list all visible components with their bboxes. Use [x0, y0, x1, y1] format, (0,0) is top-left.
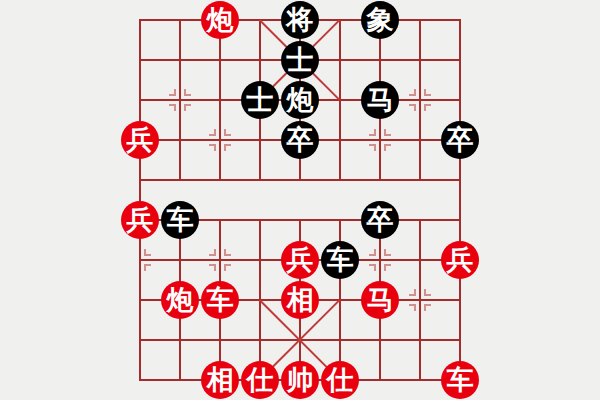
board-point-occupied[interactable]: 兵: [440, 240, 480, 280]
board-point[interactable]: [160, 240, 200, 280]
board-point-occupied[interactable]: 车: [320, 240, 360, 280]
board-point[interactable]: [400, 360, 440, 400]
board-point[interactable]: [400, 280, 440, 320]
board-point[interactable]: [160, 80, 200, 120]
piece-red-elephant[interactable]: 相: [281, 281, 319, 319]
board-point-occupied[interactable]: 兵: [120, 120, 160, 160]
board-point-occupied[interactable]: 车: [440, 360, 480, 400]
board-point[interactable]: [320, 320, 360, 360]
board-point[interactable]: [200, 200, 240, 240]
board-point-occupied[interactable]: 卒: [360, 200, 400, 240]
board-point-occupied[interactable]: 马: [360, 280, 400, 320]
piece-black-horse[interactable]: 马: [361, 81, 399, 119]
board-point[interactable]: [440, 200, 480, 240]
piece-black-general[interactable]: 将: [281, 1, 319, 39]
board-point[interactable]: [320, 40, 360, 80]
board-point[interactable]: [120, 360, 160, 400]
board-point-occupied[interactable]: 马: [360, 80, 400, 120]
board-point-occupied[interactable]: 相: [200, 360, 240, 400]
piece-red-elephant[interactable]: 相: [201, 361, 239, 399]
board-point[interactable]: [200, 320, 240, 360]
board-point[interactable]: [160, 0, 200, 40]
piece-red-horse[interactable]: 马: [361, 281, 399, 319]
board-point[interactable]: [160, 360, 200, 400]
board-point[interactable]: [440, 160, 480, 200]
board-point[interactable]: [160, 320, 200, 360]
board-point-occupied[interactable]: 炮: [280, 80, 320, 120]
piece-red-soldier[interactable]: 兵: [121, 121, 159, 159]
piece-black-advisor[interactable]: 士: [241, 81, 279, 119]
board-point-occupied[interactable]: 炮: [200, 0, 240, 40]
board-point-occupied[interactable]: 兵: [120, 200, 160, 240]
board-point[interactable]: [240, 0, 280, 40]
board-point[interactable]: [120, 320, 160, 360]
piece-red-cannon[interactable]: 炮: [161, 281, 199, 319]
xiangqi-board: 炮将象士士炮马兵卒卒兵车卒兵车兵炮车相马相仕帅仕车: [0, 0, 600, 400]
board-point[interactable]: [320, 80, 360, 120]
board-point[interactable]: [400, 0, 440, 40]
piece-black-advisor[interactable]: 士: [281, 41, 319, 79]
board-point-occupied[interactable]: 仕: [240, 360, 280, 400]
board-point-occupied[interactable]: 卒: [440, 120, 480, 160]
piece-black-chariot[interactable]: 车: [321, 241, 359, 279]
board-point[interactable]: [240, 280, 280, 320]
piece-red-chariot[interactable]: 车: [201, 281, 239, 319]
board-point[interactable]: [240, 240, 280, 280]
board-point-occupied[interactable]: 兵: [280, 240, 320, 280]
board-point[interactable]: [200, 120, 240, 160]
board-point[interactable]: [280, 160, 320, 200]
board-point-occupied[interactable]: 帅: [280, 360, 320, 400]
board-point[interactable]: [240, 120, 280, 160]
board-point[interactable]: [360, 320, 400, 360]
board-point-occupied[interactable]: 炮: [160, 280, 200, 320]
board-point[interactable]: [120, 240, 160, 280]
board-point[interactable]: [400, 40, 440, 80]
board-point[interactable]: [120, 0, 160, 40]
board-point[interactable]: [320, 120, 360, 160]
board-point-occupied[interactable]: 仕: [320, 360, 360, 400]
board-point[interactable]: [400, 160, 440, 200]
board-point[interactable]: [320, 160, 360, 200]
board-point-occupied[interactable]: 士: [240, 80, 280, 120]
board-point-occupied[interactable]: 车: [160, 200, 200, 240]
board-point[interactable]: [360, 120, 400, 160]
board-points: 炮将象士士炮马兵卒卒兵车卒兵车兵炮车相马相仕帅仕车: [120, 0, 480, 400]
piece-black-soldier[interactable]: 卒: [281, 121, 319, 159]
board-point-occupied[interactable]: 车: [200, 280, 240, 320]
board-point[interactable]: [160, 40, 200, 80]
board-point-occupied[interactable]: 将: [280, 0, 320, 40]
board-point[interactable]: [160, 120, 200, 160]
board-point[interactable]: [440, 320, 480, 360]
board-point[interactable]: [120, 280, 160, 320]
board-point[interactable]: [360, 360, 400, 400]
board-point[interactable]: [200, 160, 240, 200]
board-point[interactable]: [360, 40, 400, 80]
board-point[interactable]: [400, 120, 440, 160]
board-point-occupied[interactable]: 象: [360, 0, 400, 40]
board-point[interactable]: [200, 240, 240, 280]
board-point[interactable]: [200, 80, 240, 120]
board-point-occupied[interactable]: 士: [280, 40, 320, 80]
board-point[interactable]: [400, 80, 440, 120]
piece-black-soldier[interactable]: 卒: [361, 201, 399, 239]
piece-red-soldier[interactable]: 兵: [441, 241, 479, 279]
piece-black-chariot[interactable]: 车: [161, 201, 199, 239]
board-point[interactable]: [160, 160, 200, 200]
piece-red-general[interactable]: 帅: [281, 361, 319, 399]
piece-black-soldier[interactable]: 卒: [441, 121, 479, 159]
board-point[interactable]: [440, 0, 480, 40]
piece-black-elephant[interactable]: 象: [361, 1, 399, 39]
board-point[interactable]: [320, 200, 360, 240]
board-point[interactable]: [360, 160, 400, 200]
board-point[interactable]: [440, 280, 480, 320]
board-point[interactable]: [360, 240, 400, 280]
board-point[interactable]: [400, 320, 440, 360]
piece-red-advisor[interactable]: 仕: [321, 361, 359, 399]
board-point[interactable]: [400, 240, 440, 280]
piece-red-chariot[interactable]: 车: [441, 361, 479, 399]
board-point[interactable]: [280, 200, 320, 240]
board-point[interactable]: [120, 40, 160, 80]
board-point-occupied[interactable]: 卒: [280, 120, 320, 160]
board-point[interactable]: [240, 200, 280, 240]
piece-red-soldier[interactable]: 兵: [121, 201, 159, 239]
board-point[interactable]: [120, 80, 160, 120]
piece-red-advisor[interactable]: 仕: [241, 361, 279, 399]
board-point[interactable]: [400, 200, 440, 240]
board-point[interactable]: [240, 40, 280, 80]
piece-black-cannon[interactable]: 炮: [281, 81, 319, 119]
board-point[interactable]: [240, 320, 280, 360]
piece-red-soldier[interactable]: 兵: [281, 241, 319, 279]
board-point[interactable]: [280, 320, 320, 360]
board-point[interactable]: [120, 160, 160, 200]
board-point[interactable]: [320, 280, 360, 320]
board-point[interactable]: [440, 40, 480, 80]
board-point[interactable]: [200, 40, 240, 80]
piece-red-cannon[interactable]: 炮: [201, 1, 239, 39]
board-point[interactable]: [440, 80, 480, 120]
board-point-occupied[interactable]: 相: [280, 280, 320, 320]
board-point[interactable]: [320, 0, 360, 40]
board-point[interactable]: [240, 160, 280, 200]
